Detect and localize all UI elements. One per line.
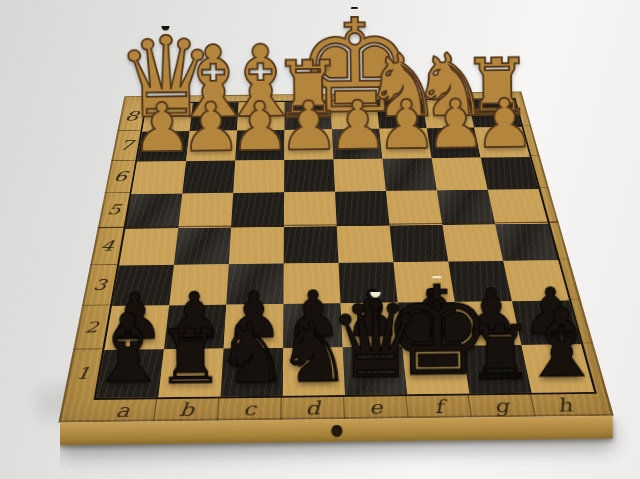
square-c2: ♟	[224, 304, 284, 349]
square-g7: ♟	[427, 128, 481, 158]
square-c7: ♟	[235, 130, 284, 161]
square-c6	[233, 160, 284, 193]
square-e6	[333, 159, 385, 192]
piece-light-bishop-c8: ♝	[215, 36, 305, 128]
piece-light-king-e8: ♚	[296, 7, 413, 127]
file-label-b: b	[153, 396, 218, 421]
square-c3	[226, 264, 283, 305]
square-d8: ♜	[284, 101, 331, 130]
square-f5	[386, 190, 442, 225]
piece-light-pawn-h7: ♟	[474, 92, 535, 155]
square-a8: ♛	[142, 103, 193, 132]
square-c5	[231, 192, 284, 227]
piece-light-pawn-e7: ♟	[327, 94, 388, 157]
square-b7: ♟	[186, 130, 237, 161]
square-f4	[390, 225, 449, 263]
file-label-g: g	[467, 393, 534, 418]
piece-light-pawn-g7: ♟	[425, 92, 486, 155]
file-label-h: h	[529, 392, 598, 417]
square-f1: ♚	[402, 346, 469, 394]
piece-light-queen-a8: ♛	[115, 25, 216, 129]
rank-label-8: 8	[117, 103, 145, 131]
piece-light-bishop-b8: ♝	[168, 36, 258, 128]
piece-light-rook-d8: ♜	[272, 54, 343, 127]
piece-light-rook-h8: ♜	[461, 52, 532, 125]
square-e7: ♟	[332, 129, 383, 160]
square-g4	[442, 224, 503, 262]
square-b5	[178, 193, 233, 228]
fold-seam	[98, 221, 559, 228]
square-h5	[488, 189, 548, 224]
square-h2: ♟	[512, 301, 581, 345]
square-f2: ♟	[398, 302, 462, 346]
square-a3	[112, 265, 174, 306]
piece-light-knight-f8: ♞	[363, 46, 442, 127]
square-e4	[337, 225, 394, 263]
piece-light-pawn-f7: ♟	[376, 93, 437, 156]
finial-black-ball	[161, 22, 169, 30]
square-d5	[284, 191, 337, 226]
rank-label-6: 6	[105, 160, 136, 192]
file-label-a: a	[90, 397, 156, 422]
square-b6	[182, 160, 235, 193]
square-a2: ♟	[104, 306, 169, 351]
square-b2: ♟	[164, 305, 226, 350]
piece-light-pawn-d7: ♟	[278, 94, 339, 157]
square-f7: ♟	[379, 128, 431, 158]
square-e5	[335, 191, 390, 226]
piece-light-pawn-a7: ♟	[131, 96, 192, 159]
square-d6	[284, 159, 335, 192]
piece-light-pawn-c7: ♟	[229, 95, 290, 158]
square-h7: ♟	[474, 127, 530, 157]
playing-area: ♛♝♝♜♚♞♞♜♟♟♟♟♟♟♟♟♟♟♟♟♟♟♟♟♝♜♞♞♛♚♜♝	[93, 98, 596, 400]
square-e2: ♟	[341, 303, 403, 347]
square-g8: ♞	[422, 100, 474, 128]
square-b1: ♜	[158, 349, 223, 398]
finial-black-spike	[350, 0, 357, 9]
square-d3	[283, 263, 340, 304]
square-b4	[174, 227, 231, 265]
camera-tilt: ♛♝♝♜♚♞♞♜♟♟♟♟♟♟♟♟♟♟♟♟♟♟♟♟♝♜♞♞♛♚♜♝ 8765432…	[0, 0, 640, 479]
square-f8: ♞	[376, 100, 426, 129]
chess-board: ♛♝♝♜♚♞♞♜♟♟♟♟♟♟♟♟♟♟♟♟♟♟♟♟♝♜♞♞♛♚♜♝ 8765432…	[58, 91, 613, 422]
square-a6	[131, 161, 186, 194]
square-e3	[339, 262, 398, 303]
square-d4	[284, 226, 339, 264]
square-g5	[437, 189, 495, 224]
file-label-f: f	[405, 393, 471, 418]
square-d2: ♟	[283, 303, 343, 348]
rank-label-5: 5	[98, 192, 130, 227]
file-label-e: e	[343, 394, 408, 419]
square-g6	[432, 157, 488, 190]
piece-light-knight-g8: ♞	[410, 45, 489, 126]
square-d1: ♞	[283, 347, 345, 395]
square-h4	[495, 223, 558, 261]
piece-light-pawn-b7: ♟	[180, 95, 241, 158]
square-g2: ♟	[455, 301, 522, 345]
square-f3	[393, 262, 454, 303]
square-a5	[125, 193, 182, 228]
square-a4	[119, 228, 178, 266]
square-b3	[169, 265, 229, 306]
rank-label-7: 7	[111, 130, 140, 160]
hinge-hole	[331, 425, 342, 437]
square-f6	[382, 158, 436, 191]
square-c4	[229, 227, 284, 265]
square-h8: ♜	[468, 99, 521, 127]
scene: ♛♝♝♜♚♞♞♜♟♟♟♟♟♟♟♟♟♟♟♟♟♟♟♟♝♜♞♞♛♚♜♝ 8765432…	[0, 0, 640, 479]
square-c1: ♞	[221, 348, 284, 396]
square-g3	[448, 261, 512, 302]
square-b8: ♝	[190, 102, 239, 131]
square-a1: ♝	[96, 349, 164, 398]
piece-dark-knight-d1: ♞	[276, 314, 351, 391]
square-a7: ♟	[137, 131, 190, 162]
square-d7: ♟	[284, 129, 333, 160]
square-e1: ♛	[343, 347, 408, 395]
square-g1: ♜	[462, 345, 532, 393]
file-label-d: d	[280, 395, 344, 420]
square-h6	[481, 157, 539, 190]
square-c8: ♝	[237, 102, 285, 131]
file-label-c: c	[217, 396, 281, 421]
square-e8: ♚	[331, 101, 380, 130]
